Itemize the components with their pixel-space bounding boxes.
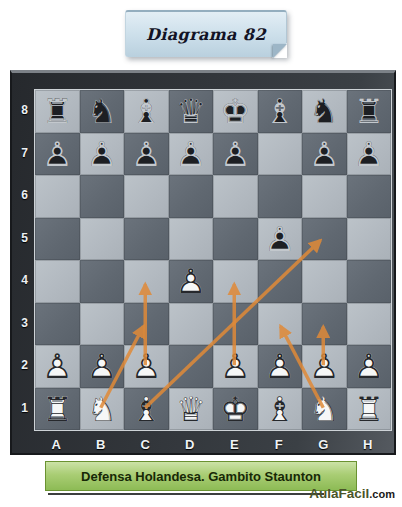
black-pawn: ♟♙ xyxy=(302,133,347,176)
square-f6 xyxy=(258,175,303,218)
square-a4 xyxy=(35,260,80,303)
square-f3 xyxy=(258,303,303,346)
white-pawn: ♟♙ xyxy=(35,345,80,388)
black-pawn: ♟♙ xyxy=(258,218,303,261)
black-pawn: ♟♙ xyxy=(124,133,169,176)
square-a8: ♜♖ xyxy=(35,90,80,133)
square-b5 xyxy=(80,218,125,261)
square-h7: ♟♙ xyxy=(347,133,392,176)
square-d1: ♛♕ xyxy=(169,388,214,431)
rank-label-7: 7 xyxy=(17,132,32,175)
square-d3 xyxy=(169,303,214,346)
square-e4 xyxy=(213,260,258,303)
square-d8: ♛♕ xyxy=(169,90,214,133)
file-label-e: E xyxy=(212,433,257,455)
square-c3 xyxy=(124,303,169,346)
square-f7 xyxy=(258,133,303,176)
white-pawn: ♟♙ xyxy=(213,345,258,388)
black-bishop: ♝♗ xyxy=(124,90,169,133)
black-queen: ♛♕ xyxy=(169,90,214,133)
square-g3 xyxy=(302,303,347,346)
white-pawn: ♟♙ xyxy=(258,345,303,388)
black-rook: ♜♖ xyxy=(347,90,392,133)
file-labels: ABCDEFGH xyxy=(34,433,390,455)
square-a3 xyxy=(35,303,80,346)
square-e2: ♟♙ xyxy=(213,345,258,388)
black-rook: ♜♖ xyxy=(35,90,80,133)
square-h4 xyxy=(347,260,392,303)
square-e5 xyxy=(213,218,258,261)
square-f2: ♟♙ xyxy=(258,345,303,388)
file-label-d: D xyxy=(168,433,213,455)
white-king: ♚♔ xyxy=(213,388,258,431)
square-g2: ♟♙ xyxy=(302,345,347,388)
rank-label-2: 2 xyxy=(17,344,32,387)
square-h2: ♟♙ xyxy=(347,345,392,388)
watermark-brand: AulaFacil xyxy=(309,486,369,501)
square-b7: ♟♙ xyxy=(80,133,125,176)
black-pawn: ♟♙ xyxy=(213,133,258,176)
diagram-title-note: Diagrama 82 xyxy=(125,10,287,57)
white-pawn: ♟♙ xyxy=(124,345,169,388)
square-d6 xyxy=(169,175,214,218)
white-pawn: ♟♙ xyxy=(302,345,347,388)
square-a7: ♟♙ xyxy=(35,133,80,176)
square-b2: ♟♙ xyxy=(80,345,125,388)
square-d4: ♟♙ xyxy=(169,260,214,303)
file-label-a: A xyxy=(34,433,79,455)
square-h5 xyxy=(347,218,392,261)
square-d7: ♟♙ xyxy=(169,133,214,176)
black-pawn: ♟♙ xyxy=(169,133,214,176)
white-knight: ♞♘ xyxy=(302,388,347,431)
square-h1: ♜♖ xyxy=(347,388,392,431)
file-label-b: B xyxy=(79,433,124,455)
square-d5 xyxy=(169,218,214,261)
square-b1: ♞♘ xyxy=(80,388,125,431)
white-pawn: ♟♙ xyxy=(347,345,392,388)
square-c6 xyxy=(124,175,169,218)
square-g6 xyxy=(302,175,347,218)
square-h8: ♜♖ xyxy=(347,90,392,133)
rank-labels: 87654321 xyxy=(17,89,32,429)
square-e1: ♚♔ xyxy=(213,388,258,431)
white-rook: ♜♖ xyxy=(35,388,80,431)
square-e6 xyxy=(213,175,258,218)
square-e7: ♟♙ xyxy=(213,133,258,176)
file-label-c: C xyxy=(123,433,168,455)
black-bishop: ♝♗ xyxy=(258,90,303,133)
rank-label-5: 5 xyxy=(17,217,32,260)
square-c7: ♟♙ xyxy=(124,133,169,176)
square-b3 xyxy=(80,303,125,346)
watermark: AulaFacil.com xyxy=(309,486,395,501)
white-knight: ♞♘ xyxy=(80,388,125,431)
black-pawn: ♟♙ xyxy=(347,133,392,176)
black-pawn: ♟♙ xyxy=(35,133,80,176)
square-h6 xyxy=(347,175,392,218)
square-b4 xyxy=(80,260,125,303)
square-g4 xyxy=(302,260,347,303)
square-d2 xyxy=(169,345,214,388)
chess-board: 87654321 ♜♖♞♘♝♗♛♕♚♔♝♗♞♘♜♖♟♙♟♙♟♙♟♙♟♙♟♙♟♙♟… xyxy=(10,70,396,455)
square-f5: ♟♙ xyxy=(258,218,303,261)
rank-label-8: 8 xyxy=(17,89,32,132)
board-squares: ♜♖♞♘♝♗♛♕♚♔♝♗♞♘♜♖♟♙♟♙♟♙♟♙♟♙♟♙♟♙♟♙♟♙♟♙♟♙♟♙… xyxy=(34,89,392,431)
white-pawn: ♟♙ xyxy=(169,260,214,303)
square-g5 xyxy=(302,218,347,261)
square-b8: ♞♘ xyxy=(80,90,125,133)
square-g1: ♞♘ xyxy=(302,388,347,431)
square-g7: ♟♙ xyxy=(302,133,347,176)
square-c4 xyxy=(124,260,169,303)
rank-label-1: 1 xyxy=(17,387,32,430)
square-a5 xyxy=(35,218,80,261)
square-h3 xyxy=(347,303,392,346)
black-knight: ♞♘ xyxy=(302,90,347,133)
white-bishop: ♝♗ xyxy=(124,388,169,431)
rank-label-6: 6 xyxy=(17,174,32,217)
square-a1: ♜♖ xyxy=(35,388,80,431)
black-pawn: ♟♙ xyxy=(80,133,125,176)
square-f4 xyxy=(258,260,303,303)
square-e3 xyxy=(213,303,258,346)
black-knight: ♞♘ xyxy=(80,90,125,133)
file-label-h: H xyxy=(346,433,391,455)
square-c8: ♝♗ xyxy=(124,90,169,133)
diagram-title: Diagrama 82 xyxy=(126,12,286,57)
caption-text: Defensa Holandesa. Gambito Staunton xyxy=(81,469,321,484)
file-label-f: F xyxy=(257,433,302,455)
square-f1: ♝♗ xyxy=(258,388,303,431)
black-king: ♚♔ xyxy=(213,90,258,133)
square-a2: ♟♙ xyxy=(35,345,80,388)
square-g8: ♞♘ xyxy=(302,90,347,133)
square-f8: ♝♗ xyxy=(258,90,303,133)
square-b6 xyxy=(80,175,125,218)
watermark-suffix: .com xyxy=(369,488,395,500)
square-e8: ♚♔ xyxy=(213,90,258,133)
white-rook: ♜♖ xyxy=(347,388,392,431)
file-label-g: G xyxy=(301,433,346,455)
square-c2: ♟♙ xyxy=(124,345,169,388)
rank-label-4: 4 xyxy=(17,259,32,302)
white-bishop: ♝♗ xyxy=(258,388,303,431)
footer-rule xyxy=(48,493,324,495)
note-folded-corner-icon xyxy=(273,44,287,58)
square-c5 xyxy=(124,218,169,261)
square-c1: ♝♗ xyxy=(124,388,169,431)
rank-label-3: 3 xyxy=(17,302,32,345)
page: Diagrama 82 87654321 ♜♖♞♘♝♗♛♕♚♔♝♗♞♘♜♖♟♙♟… xyxy=(0,0,402,507)
white-queen: ♛♕ xyxy=(169,388,214,431)
white-pawn: ♟♙ xyxy=(80,345,125,388)
square-a6 xyxy=(35,175,80,218)
